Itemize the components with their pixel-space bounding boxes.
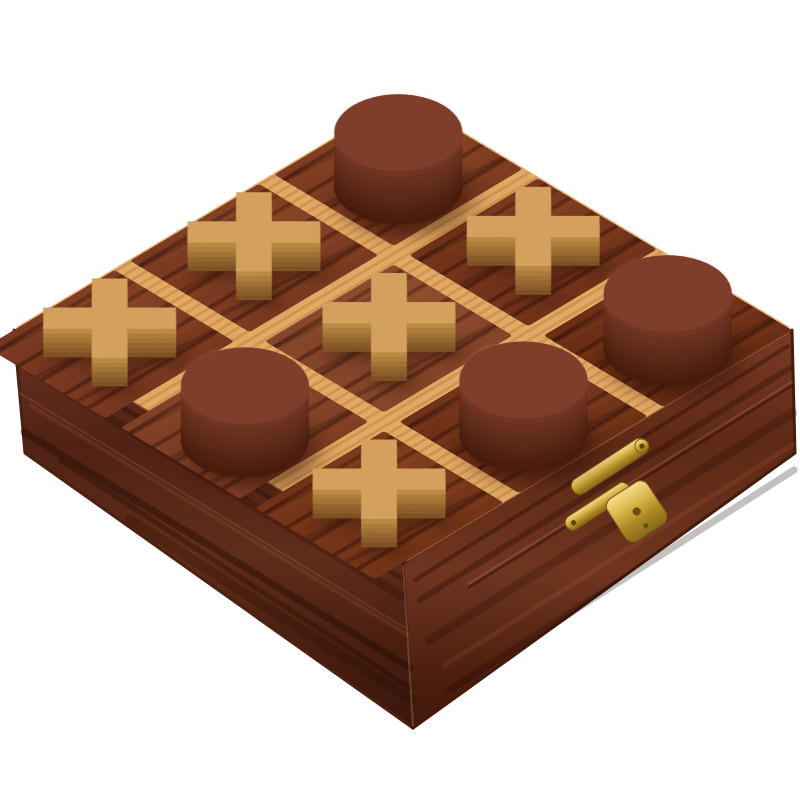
piece-cross[interactable]: ✚ — [457, 174, 610, 283]
piece-disc[interactable]: ● — [450, 321, 597, 421]
scene: ●✚●✚✚●✚●✚ — [0, 0, 800, 800]
piece-cross[interactable]: ✚ — [178, 180, 331, 289]
piece-disc[interactable]: ● — [171, 327, 318, 427]
piece-disc[interactable]: ● — [325, 74, 472, 174]
piece-cross[interactable]: ✚ — [303, 427, 456, 536]
piece-disc[interactable]: ● — [595, 235, 742, 335]
piece-cross[interactable]: ✚ — [313, 260, 466, 369]
piece-cross[interactable]: ✚ — [34, 266, 187, 375]
